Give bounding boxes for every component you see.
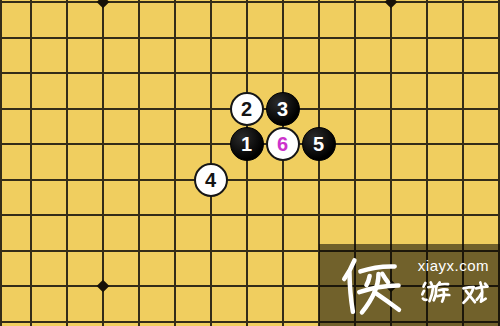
star-point [96,280,109,293]
grid-line-vertical [66,0,68,326]
stone-3-black: 3 [266,92,300,126]
watermark-brand-text [418,280,493,310]
grid-line-vertical [246,0,248,326]
stone-number: 5 [313,134,324,154]
grid-line-vertical [282,0,284,326]
star-point [96,0,109,8]
grid-line-horizontal [0,37,500,39]
stone-1-black: 1 [230,127,264,161]
stone-5-black: 5 [302,127,336,161]
watermark-box: xiayx.com [319,244,500,326]
stone-4-white: 4 [194,163,228,197]
grid-line-horizontal [0,179,500,181]
star-point [384,0,397,8]
grid-line-vertical [102,0,104,326]
stone-2-white: 2 [230,92,264,126]
gomoku-board-diagram: 123456 xiayx.com [0,0,500,326]
stone-6-white: 6 [266,127,300,161]
grid-line-horizontal [0,214,500,216]
stone-number: 6 [277,134,288,154]
grid-line-horizontal [0,72,500,74]
board-edge-line-left [0,0,2,326]
grid-line-vertical [138,0,140,326]
stone-number: 3 [277,99,288,119]
stone-number: 1 [241,134,252,154]
brand-char-xi-icon [458,280,493,310]
grid-line-vertical [174,0,176,326]
stone-number: 2 [241,99,252,119]
xia-logo-calligraphy-icon [331,251,407,320]
grid-line-horizontal [0,1,500,3]
watermark-site-url: xiayx.com [418,257,489,274]
grid-line-vertical [30,0,32,326]
stone-number: 4 [205,170,216,190]
brand-char-you-icon [418,280,453,310]
